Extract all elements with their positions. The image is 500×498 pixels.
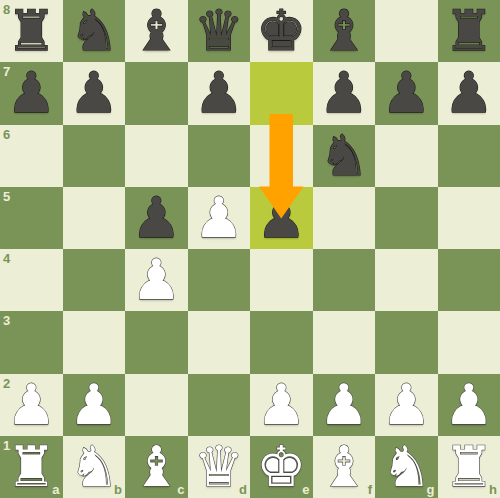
piece-white-bishop[interactable]: ♝: [131, 436, 181, 498]
piece-black-rook[interactable]: ♜: [444, 0, 494, 62]
chess-board-container: 8♜♞♝♛♚♝♜7♟♟♟♟♟♟6♞5♟♟♟4♟32♟♟♟♟♟♟1a♜b♞c♝d♛…: [0, 0, 500, 498]
square-a2[interactable]: 2♟: [0, 374, 63, 436]
square-f6[interactable]: ♞: [313, 125, 376, 187]
piece-black-pawn[interactable]: ♟: [381, 62, 431, 124]
square-g2[interactable]: ♟: [375, 374, 438, 436]
piece-black-pawn[interactable]: ♟: [256, 187, 306, 249]
piece-black-bishop[interactable]: ♝: [131, 0, 181, 62]
square-f8[interactable]: ♝: [313, 0, 376, 62]
square-g7[interactable]: ♟: [375, 62, 438, 124]
square-h2[interactable]: ♟: [438, 374, 500, 436]
square-h6[interactable]: [438, 125, 500, 187]
square-a5[interactable]: 5: [0, 187, 63, 249]
square-c1[interactable]: c♝: [125, 436, 188, 498]
piece-white-pawn[interactable]: ♟: [256, 374, 306, 436]
piece-white-bishop[interactable]: ♝: [319, 436, 369, 498]
square-f4[interactable]: [313, 249, 376, 311]
square-b1[interactable]: b♞: [63, 436, 126, 498]
piece-black-king[interactable]: ♚: [256, 0, 306, 62]
square-d8[interactable]: ♛: [188, 0, 251, 62]
square-f2[interactable]: ♟: [313, 374, 376, 436]
piece-white-pawn[interactable]: ♟: [319, 374, 369, 436]
piece-white-queen[interactable]: ♛: [194, 436, 244, 498]
piece-white-pawn[interactable]: ♟: [131, 249, 181, 311]
rank-label-3: 3: [3, 314, 10, 327]
rank-label-5: 5: [3, 190, 10, 203]
square-g1[interactable]: g♞: [375, 436, 438, 498]
square-a3[interactable]: 3: [0, 311, 63, 373]
square-c2[interactable]: [125, 374, 188, 436]
square-e4[interactable]: [250, 249, 313, 311]
square-d5[interactable]: ♟: [188, 187, 251, 249]
square-f7[interactable]: ♟: [313, 62, 376, 124]
square-g4[interactable]: [375, 249, 438, 311]
square-d6[interactable]: [188, 125, 251, 187]
piece-white-pawn[interactable]: ♟: [69, 374, 119, 436]
piece-white-pawn[interactable]: ♟: [194, 187, 244, 249]
square-e6[interactable]: [250, 125, 313, 187]
piece-white-pawn[interactable]: ♟: [444, 374, 494, 436]
piece-white-knight[interactable]: ♞: [69, 436, 119, 498]
piece-white-pawn[interactable]: ♟: [381, 374, 431, 436]
piece-black-pawn[interactable]: ♟: [194, 62, 244, 124]
square-d7[interactable]: ♟: [188, 62, 251, 124]
square-h4[interactable]: [438, 249, 500, 311]
square-e7[interactable]: [250, 62, 313, 124]
square-g6[interactable]: [375, 125, 438, 187]
square-g8[interactable]: [375, 0, 438, 62]
square-g5[interactable]: [375, 187, 438, 249]
piece-black-pawn[interactable]: ♟: [69, 62, 119, 124]
rank-label-6: 6: [3, 128, 10, 141]
square-c6[interactable]: [125, 125, 188, 187]
rank-label-4: 4: [3, 252, 10, 265]
square-e2[interactable]: ♟: [250, 374, 313, 436]
square-f5[interactable]: [313, 187, 376, 249]
square-h8[interactable]: ♜: [438, 0, 500, 62]
square-e8[interactable]: ♚: [250, 0, 313, 62]
square-h1[interactable]: h♜: [438, 436, 500, 498]
piece-black-pawn[interactable]: ♟: [444, 62, 494, 124]
piece-white-rook[interactable]: ♜: [6, 436, 56, 498]
square-c3[interactable]: [125, 311, 188, 373]
square-c5[interactable]: ♟: [125, 187, 188, 249]
piece-black-bishop[interactable]: ♝: [319, 0, 369, 62]
piece-white-pawn[interactable]: ♟: [6, 374, 56, 436]
square-a4[interactable]: 4: [0, 249, 63, 311]
square-e1[interactable]: e♚: [250, 436, 313, 498]
piece-black-pawn[interactable]: ♟: [131, 187, 181, 249]
piece-black-knight[interactable]: ♞: [319, 125, 369, 187]
square-b7[interactable]: ♟: [63, 62, 126, 124]
chess-board: 8♜♞♝♛♚♝♜7♟♟♟♟♟♟6♞5♟♟♟4♟32♟♟♟♟♟♟1a♜b♞c♝d♛…: [0, 0, 500, 498]
piece-black-pawn[interactable]: ♟: [6, 62, 56, 124]
square-g3[interactable]: [375, 311, 438, 373]
piece-white-knight[interactable]: ♞: [381, 436, 431, 498]
square-f3[interactable]: [313, 311, 376, 373]
square-h3[interactable]: [438, 311, 500, 373]
square-b2[interactable]: ♟: [63, 374, 126, 436]
square-b5[interactable]: [63, 187, 126, 249]
square-b8[interactable]: ♞: [63, 0, 126, 62]
square-h5[interactable]: [438, 187, 500, 249]
square-b3[interactable]: [63, 311, 126, 373]
piece-black-rook[interactable]: ♜: [6, 0, 56, 62]
square-a8[interactable]: 8♜: [0, 0, 63, 62]
piece-black-pawn[interactable]: ♟: [319, 62, 369, 124]
piece-white-king[interactable]: ♚: [256, 436, 306, 498]
square-b6[interactable]: [63, 125, 126, 187]
piece-black-knight[interactable]: ♞: [69, 0, 119, 62]
square-d1[interactable]: d♛: [188, 436, 251, 498]
square-b4[interactable]: [63, 249, 126, 311]
square-a6[interactable]: 6: [0, 125, 63, 187]
square-f1[interactable]: f♝: [313, 436, 376, 498]
square-e3[interactable]: [250, 311, 313, 373]
square-e5[interactable]: ♟: [250, 187, 313, 249]
square-c4[interactable]: ♟: [125, 249, 188, 311]
square-d2[interactable]: [188, 374, 251, 436]
square-c8[interactable]: ♝: [125, 0, 188, 62]
piece-white-rook[interactable]: ♜: [444, 436, 494, 498]
square-a7[interactable]: 7♟: [0, 62, 63, 124]
square-d4[interactable]: [188, 249, 251, 311]
square-c7[interactable]: [125, 62, 188, 124]
square-a1[interactable]: 1a♜: [0, 436, 63, 498]
piece-black-queen[interactable]: ♛: [194, 0, 244, 62]
square-d3[interactable]: [188, 311, 251, 373]
square-h7[interactable]: ♟: [438, 62, 500, 124]
